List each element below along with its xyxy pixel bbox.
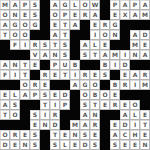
grid-cell[interactable]: E: [20, 10, 30, 20]
grid-cell[interactable]: A: [130, 10, 140, 20]
cell-letter: A: [3, 102, 8, 108]
cell-letter: B: [93, 92, 98, 98]
grid-cell[interactable]: S: [30, 110, 40, 120]
cell-letter: O: [92, 82, 97, 88]
cell-letter: S: [13, 102, 17, 108]
cell-letter: A: [133, 32, 138, 38]
cell-letter: O: [102, 92, 107, 98]
grid-cell[interactable]: A: [80, 40, 90, 50]
grid-cell[interactable]: S: [30, 140, 40, 150]
grid-cell[interactable]: N: [70, 130, 80, 140]
grid-cell[interactable]: N: [40, 120, 50, 130]
cell-letter: E: [143, 42, 147, 48]
grid-cell[interactable]: A: [50, 30, 60, 40]
grid-cell[interactable]: P: [60, 10, 70, 20]
grid-cell[interactable]: O: [10, 110, 20, 120]
cell-letter: I: [134, 82, 136, 88]
black-cell: [80, 60, 90, 70]
grid-cell[interactable]: N: [90, 110, 100, 120]
cell-letter: N: [142, 142, 147, 148]
cell-letter: N: [12, 62, 17, 68]
cell-letter: I: [54, 102, 56, 108]
grid-cell[interactable]: B: [90, 90, 100, 100]
grid-cell[interactable]: I: [40, 110, 50, 120]
black-cell: [30, 30, 40, 40]
crossword-screenshot: MAPSAGLOWPAPAONESOPERAEXAMAGOGETAERGTOOA…: [0, 0, 150, 150]
grid-cell[interactable]: R: [30, 40, 40, 50]
grid-cell[interactable]: I: [50, 100, 60, 110]
cell-letter: I: [134, 122, 136, 128]
cell-letter: R: [33, 42, 38, 48]
grid-cell[interactable]: S: [40, 40, 50, 50]
cell-letter: S: [63, 42, 67, 48]
cell-letter: A: [83, 112, 88, 118]
cell-letter: E: [113, 12, 117, 18]
cell-letter: T: [43, 102, 47, 108]
grid-cell[interactable]: E: [30, 120, 40, 130]
grid-cell[interactable]: F: [10, 40, 20, 50]
grid-cell[interactable]: E: [110, 120, 120, 130]
cell-letter: E: [113, 92, 117, 98]
grid-cell[interactable]: L: [90, 40, 100, 50]
grid-cell[interactable]: I: [70, 70, 80, 80]
grid-cell[interactable]: E: [20, 130, 30, 140]
cell-letter: G: [113, 22, 118, 28]
cell-letter: E: [33, 62, 37, 68]
grid-cell[interactable]: N: [110, 30, 120, 40]
grid-cell[interactable]: D: [140, 30, 150, 40]
grid-cell[interactable]: F: [0, 70, 10, 80]
grid-cell[interactable]: A: [130, 30, 140, 40]
grid-cell[interactable]: O: [90, 80, 100, 90]
cell-letter: E: [93, 132, 97, 138]
grid-cell[interactable]: A: [0, 20, 10, 30]
grid-cell[interactable]: O: [100, 30, 110, 40]
grid-cell[interactable]: E: [140, 130, 150, 140]
cell-letter: R: [53, 112, 58, 118]
grid-cell[interactable]: O: [130, 100, 140, 110]
cell-letter: F: [3, 72, 7, 78]
cell-letter: P: [113, 2, 117, 8]
cell-letter: N: [92, 112, 97, 118]
grid-cell[interactable]: S: [100, 70, 110, 80]
black-cell: [100, 120, 110, 130]
grid-cell[interactable]: E: [120, 100, 130, 110]
grid-cell[interactable]: E: [140, 110, 150, 120]
grid-cell[interactable]: S: [50, 140, 60, 150]
grid-cell[interactable]: I: [90, 30, 100, 40]
cell-letter: O: [132, 102, 137, 108]
cell-letter: I: [14, 72, 16, 78]
grid-cell[interactable]: O: [20, 80, 30, 90]
cell-letter: P: [53, 62, 57, 68]
grid-cell[interactable]: A: [0, 60, 10, 70]
grid-cell[interactable]: O: [20, 30, 30, 40]
grid-cell[interactable]: X: [120, 10, 130, 20]
black-cell: [0, 80, 10, 90]
grid-cell[interactable]: L: [10, 90, 20, 100]
cell-letter: X: [123, 12, 128, 18]
grid-cell[interactable]: E: [50, 70, 60, 80]
black-cell: [0, 50, 10, 60]
cell-letter: O: [102, 32, 107, 38]
cell-letter: E: [53, 22, 57, 28]
grid-cell[interactable]: T: [60, 30, 70, 40]
grid-cell[interactable]: A: [90, 10, 100, 20]
grid-cell[interactable]: E: [50, 90, 60, 100]
grid-cell[interactable]: E: [140, 40, 150, 50]
black-cell: [100, 110, 110, 120]
grid-cell[interactable]: V: [30, 50, 40, 60]
cell-letter: B: [113, 82, 118, 88]
grid-cell[interactable]: R: [10, 130, 20, 140]
cell-letter: U: [63, 62, 68, 68]
grid-cell[interactable]: N: [130, 50, 140, 60]
cell-letter: H: [132, 132, 137, 138]
grid-cell[interactable]: I: [10, 70, 20, 80]
cell-letter: T: [53, 132, 57, 138]
cell-letter: E: [43, 82, 47, 88]
grid-cell[interactable]: R: [140, 70, 150, 80]
grid-cell[interactable]: I: [120, 50, 130, 60]
cell-letter: P: [133, 2, 137, 8]
cell-letter: S: [33, 2, 37, 8]
cell-letter: A: [143, 2, 148, 8]
cell-letter: A: [93, 12, 98, 18]
grid-cell[interactable]: T: [50, 130, 60, 140]
grid-cell[interactable]: O: [0, 130, 10, 140]
grid-cell[interactable]: T: [60, 70, 70, 80]
cell-letter: S: [83, 52, 87, 58]
grid-cell[interactable]: I: [130, 80, 140, 90]
black-cell: [10, 50, 20, 60]
grid-cell[interactable]: E: [130, 140, 140, 150]
cell-letter: E: [123, 72, 127, 78]
grid-cell[interactable]: O: [80, 0, 90, 10]
grid-cell[interactable]: M: [110, 50, 120, 60]
grid-cell[interactable]: E: [90, 70, 100, 80]
grid-cell[interactable]: M: [140, 80, 150, 90]
grid-cell[interactable]: D: [50, 120, 60, 130]
grid-cell[interactable]: A: [70, 20, 80, 30]
cell-letter: R: [43, 72, 48, 78]
grid-cell[interactable]: G: [110, 20, 120, 30]
grid-cell[interactable]: R: [90, 120, 100, 130]
grid-cell[interactable]: R: [110, 100, 120, 110]
grid-cell[interactable]: A: [50, 0, 60, 10]
grid-cell[interactable]: T: [20, 70, 30, 80]
grid-cell[interactable]: E: [40, 80, 50, 90]
grid-cell[interactable]: M: [130, 40, 140, 50]
black-cell: [20, 50, 30, 60]
cell-letter: A: [133, 12, 138, 18]
grid-cell[interactable]: B: [70, 60, 80, 70]
grid-cell[interactable]: N: [140, 140, 150, 150]
grid-cell[interactable]: A: [80, 120, 90, 130]
grid-cell[interactable]: N: [10, 10, 20, 20]
grid-cell[interactable]: R: [80, 70, 90, 80]
grid-cell[interactable]: E: [110, 90, 120, 100]
cell-letter: E: [33, 122, 37, 128]
cell-letter: A: [13, 2, 18, 8]
black-cell: [100, 0, 110, 10]
grid-cell[interactable]: E: [0, 90, 10, 100]
grid-cell[interactable]: O: [20, 20, 30, 30]
cell-letter: R: [13, 132, 18, 138]
grid-cell[interactable]: E: [30, 60, 40, 70]
cell-letter: B: [103, 62, 108, 68]
cell-letter: A: [123, 112, 128, 118]
cell-letter: A: [23, 92, 28, 98]
grid-cell[interactable]: G: [30, 20, 40, 30]
grid-cell[interactable]: L: [70, 0, 80, 10]
black-cell: [30, 100, 40, 110]
cell-letter: E: [73, 142, 77, 148]
grid-cell[interactable]: A: [40, 50, 50, 60]
grid-cell[interactable]: G: [10, 20, 20, 30]
grid-cell[interactable]: E: [100, 100, 110, 110]
grid-cell[interactable]: N: [20, 140, 30, 150]
grid-cell[interactable]: A: [110, 130, 120, 140]
cell-letter: T: [23, 62, 27, 68]
grid-cell[interactable]: B: [110, 80, 120, 90]
grid-cell[interactable]: E: [100, 40, 110, 50]
black-cell: [40, 0, 50, 10]
grid-cell[interactable]: T: [50, 40, 60, 50]
grid-cell[interactable]: M: [140, 10, 150, 20]
grid-cell[interactable]: T: [90, 100, 100, 110]
black-cell: [60, 120, 70, 130]
grid-cell[interactable]: T: [0, 110, 10, 120]
grid-cell[interactable]: S: [30, 130, 40, 140]
cell-letter: E: [123, 102, 127, 108]
grid-cell[interactable]: L: [130, 110, 140, 120]
grid-cell[interactable]: S: [110, 140, 120, 150]
grid-cell[interactable]: M: [70, 120, 80, 130]
grid-cell[interactable]: P: [110, 0, 120, 10]
cell-letter: T: [3, 32, 7, 38]
grid-cell[interactable]: O: [80, 90, 90, 100]
cell-letter: A: [133, 72, 138, 78]
grid-cell[interactable]: D: [120, 60, 130, 70]
cell-letter: D: [143, 32, 148, 38]
grid-cell[interactable]: S: [80, 100, 90, 110]
cell-letter: E: [103, 102, 107, 108]
grid-cell[interactable]: E: [90, 20, 100, 30]
grid-cell[interactable]: T: [60, 20, 70, 30]
cell-letter: S: [33, 142, 37, 148]
grid-cell[interactable]: C: [120, 130, 130, 140]
grid-cell[interactable]: L: [60, 140, 70, 150]
grid-cell[interactable]: E: [70, 10, 80, 20]
grid-cell[interactable]: E: [120, 70, 130, 80]
black-cell: [60, 110, 70, 120]
cell-letter: E: [143, 112, 147, 118]
cell-letter: S: [83, 132, 87, 138]
cell-letter: P: [63, 102, 67, 108]
grid-cell[interactable]: O: [50, 10, 60, 20]
grid-cell[interactable]: N: [10, 60, 20, 70]
black-cell: [40, 10, 50, 20]
grid-cell[interactable]: O: [10, 30, 20, 40]
grid-cell[interactable]: W: [90, 0, 100, 10]
cell-letter: S: [103, 72, 107, 78]
cell-letter: N: [112, 32, 117, 38]
grid-cell[interactable]: B: [100, 60, 110, 70]
grid-cell[interactable]: R: [80, 10, 90, 20]
cell-letter: S: [113, 142, 117, 148]
grid-cell[interactable]: A: [70, 80, 80, 90]
cell-letter: E: [103, 42, 107, 48]
cell-letter: T: [23, 72, 27, 78]
grid-cell[interactable]: D: [80, 140, 90, 150]
grid-cell[interactable]: E: [10, 140, 20, 150]
grid-cell[interactable]: S: [80, 50, 90, 60]
black-cell: [100, 130, 110, 140]
grid-cell[interactable]: D: [120, 120, 130, 130]
cell-letter: I: [24, 42, 26, 48]
cell-letter: A: [123, 2, 128, 8]
grid-cell[interactable]: G: [80, 80, 90, 90]
cell-letter: A: [103, 52, 108, 58]
black-cell: [110, 70, 120, 80]
grid-cell[interactable]: R: [50, 110, 60, 120]
grid-cell[interactable]: T: [140, 120, 150, 130]
grid-cell[interactable]: I: [130, 120, 140, 130]
grid-cell[interactable]: A: [100, 50, 110, 60]
grid-cell[interactable]: A: [120, 0, 130, 10]
grid-cell[interactable]: S: [60, 40, 70, 50]
grid-cell[interactable]: S: [80, 130, 90, 140]
grid-cell[interactable]: O: [0, 10, 10, 20]
cell-letter: O: [2, 12, 7, 18]
black-cell: [10, 80, 20, 90]
black-cell: [40, 130, 50, 140]
cell-letter: I: [94, 32, 96, 38]
grid-cell[interactable]: S: [60, 50, 70, 60]
cell-letter: T: [93, 52, 97, 58]
grid-cell[interactable]: A: [20, 90, 30, 100]
cell-letter: P: [33, 92, 37, 98]
cell-letter: I: [74, 72, 76, 78]
black-cell: [130, 90, 140, 100]
cell-letter: S: [43, 92, 47, 98]
cell-letter: E: [13, 142, 17, 148]
grid-cell[interactable]: N: [50, 50, 60, 60]
grid-cell[interactable]: S: [10, 100, 20, 110]
cell-letter: A: [73, 82, 78, 88]
grid-cell[interactable]: T: [40, 100, 50, 110]
grid-cell[interactable]: R: [30, 80, 40, 90]
grid-cell[interactable]: T: [0, 30, 10, 40]
cell-letter: N: [22, 142, 27, 148]
grid-cell[interactable]: I: [110, 60, 120, 70]
grid-cell[interactable]: E: [70, 140, 80, 150]
grid-cell[interactable]: S: [40, 90, 50, 100]
black-cell: [100, 80, 110, 90]
grid-cell[interactable]: R: [40, 70, 50, 80]
cell-letter: G: [63, 2, 68, 8]
grid-cell[interactable]: A: [10, 0, 20, 10]
grid-cell[interactable]: E: [60, 130, 70, 140]
cell-letter: A: [143, 52, 148, 58]
grid-cell[interactable]: E: [120, 140, 130, 150]
cell-letter: A: [113, 132, 118, 138]
grid-cell[interactable]: P: [20, 0, 30, 10]
grid-cell[interactable]: A: [130, 70, 140, 80]
grid-cell[interactable]: A: [120, 110, 130, 120]
black-cell: [60, 80, 70, 90]
grid-cell[interactable]: E: [110, 10, 120, 20]
grid-cell[interactable]: A: [0, 100, 10, 110]
cell-letter: O: [12, 112, 17, 118]
cell-letter: D: [53, 122, 58, 128]
cell-letter: W: [92, 2, 99, 8]
cell-letter: O: [82, 2, 87, 8]
grid-cell[interactable]: S: [30, 0, 40, 10]
black-cell: [110, 110, 120, 120]
grid-cell[interactable]: P: [60, 100, 70, 110]
grid-cell[interactable]: R: [100, 20, 110, 30]
grid-cell[interactable]: U: [60, 60, 70, 70]
grid-cell[interactable]: T: [20, 60, 30, 70]
grid-cell[interactable]: A: [80, 110, 90, 120]
grid-cell[interactable]: T: [90, 50, 100, 60]
cell-letter: E: [133, 142, 137, 148]
black-cell: [140, 100, 150, 110]
grid-cell[interactable]: R: [120, 80, 130, 90]
cell-letter: C: [123, 132, 127, 138]
black-cell: [90, 60, 100, 70]
grid-cell[interactable]: P: [130, 0, 140, 10]
grid-cell[interactable]: S: [90, 140, 100, 150]
grid-cell[interactable]: D: [60, 90, 70, 100]
grid-cell[interactable]: M: [0, 0, 10, 10]
grid-cell[interactable]: E: [50, 20, 60, 30]
black-cell: [140, 90, 150, 100]
cell-letter: A: [53, 2, 58, 8]
cell-letter: T: [63, 72, 67, 78]
cell-letter: L: [73, 2, 77, 8]
cell-letter: N: [12, 12, 17, 18]
cell-letter: M: [2, 2, 8, 8]
cell-letter: S: [63, 52, 67, 58]
grid-cell[interactable]: O: [100, 90, 110, 100]
grid-cell[interactable]: I: [20, 40, 30, 50]
cell-letter: S: [33, 132, 37, 138]
grid-cell[interactable]: P: [50, 60, 60, 70]
black-cell: [40, 140, 50, 150]
black-cell: [120, 90, 130, 100]
grid-cell[interactable]: G: [60, 0, 70, 10]
cell-letter: G: [83, 82, 88, 88]
grid-cell[interactable]: E: [90, 130, 100, 140]
cell-letter: E: [53, 72, 57, 78]
grid-cell[interactable]: D: [0, 140, 10, 150]
cell-letter: I: [44, 112, 46, 118]
cell-letter: A: [43, 52, 48, 58]
cell-letter: T: [143, 122, 147, 128]
cell-letter: T: [53, 42, 57, 48]
grid-cell[interactable]: H: [130, 130, 140, 140]
grid-cell[interactable]: S: [30, 10, 40, 20]
cell-letter: L: [63, 142, 67, 148]
grid-cell[interactable]: P: [30, 90, 40, 100]
black-cell: [80, 20, 90, 30]
grid-cell[interactable]: A: [140, 50, 150, 60]
grid-cell[interactable]: A: [140, 0, 150, 10]
cell-letter: L: [93, 42, 97, 48]
